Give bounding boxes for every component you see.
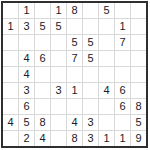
cell-r7c9[interactable]: 8 [131, 99, 146, 114]
cell-r4c4[interactable] [51, 51, 66, 66]
cell-r1c4[interactable]: 1 [51, 3, 66, 18]
cell-r9c9[interactable]: 9 [131, 131, 146, 146]
cell-r1c5[interactable]: 8 [67, 3, 82, 18]
cell-r2c6[interactable] [83, 19, 98, 34]
cell-r3c1[interactable] [3, 35, 18, 50]
cell-r8c1[interactable]: 4 [3, 115, 18, 130]
cell-r7c6[interactable] [83, 99, 98, 114]
cell-r8c2[interactable]: 5 [19, 115, 34, 130]
cell-r2c5[interactable] [67, 19, 82, 34]
cell-r5c4[interactable] [51, 67, 66, 82]
cell-r3c2[interactable] [19, 35, 34, 50]
cell-r5c2[interactable]: 4 [19, 67, 34, 82]
cell-r6c5[interactable]: 1 [67, 83, 82, 98]
cell-r1c1[interactable] [3, 3, 18, 18]
cell-r9c4[interactable] [51, 131, 66, 146]
cell-r7c8[interactable]: 6 [115, 99, 130, 114]
cell-r2c2[interactable]: 3 [19, 19, 34, 34]
cell-r6c8[interactable]: 6 [115, 83, 130, 98]
cell-r7c5[interactable] [67, 99, 82, 114]
cell-r9c7[interactable]: 1 [99, 131, 114, 146]
cell-r4c8[interactable] [115, 51, 130, 66]
puzzle-board: 11851355155746754331466684584352483119 [1, 1, 148, 148]
cell-r5c7[interactable] [99, 67, 114, 82]
cell-r8c9[interactable]: 5 [131, 115, 146, 130]
cell-r5c8[interactable] [115, 67, 130, 82]
cell-r4c2[interactable]: 4 [19, 51, 34, 66]
cell-r6c2[interactable]: 3 [19, 83, 34, 98]
cell-r9c3[interactable]: 4 [35, 131, 50, 146]
cell-r3c8[interactable]: 7 [115, 35, 130, 50]
cell-r8c5[interactable]: 4 [67, 115, 82, 130]
cell-r1c6[interactable] [83, 3, 98, 18]
cell-r8c3[interactable]: 8 [35, 115, 50, 130]
cell-r7c2[interactable]: 6 [19, 99, 34, 114]
cell-r9c2[interactable]: 2 [19, 131, 34, 146]
cell-r9c6[interactable]: 3 [83, 131, 98, 146]
cell-r5c3[interactable] [35, 67, 50, 82]
cell-r5c5[interactable] [67, 67, 82, 82]
cell-r2c9[interactable] [131, 19, 146, 34]
cell-r4c3[interactable]: 6 [35, 51, 50, 66]
cell-r8c6[interactable]: 3 [83, 115, 98, 130]
cell-r1c7[interactable]: 5 [99, 3, 114, 18]
cell-r1c3[interactable] [35, 3, 50, 18]
cell-r7c1[interactable] [3, 99, 18, 114]
cell-r4c6[interactable]: 5 [83, 51, 98, 66]
cell-r2c1[interactable]: 1 [3, 19, 18, 34]
cell-r5c1[interactable] [3, 67, 18, 82]
cell-r3c7[interactable] [99, 35, 114, 50]
cell-r2c7[interactable] [99, 19, 114, 34]
cell-r4c5[interactable]: 7 [67, 51, 82, 66]
cell-r8c7[interactable] [99, 115, 114, 130]
cell-r5c6[interactable] [83, 67, 98, 82]
cell-r7c4[interactable] [51, 99, 66, 114]
cell-r8c4[interactable] [51, 115, 66, 130]
cell-r7c7[interactable] [99, 99, 114, 114]
cell-r4c1[interactable] [3, 51, 18, 66]
cell-r6c4[interactable]: 3 [51, 83, 66, 98]
cell-r3c6[interactable]: 5 [83, 35, 98, 50]
cell-r6c7[interactable]: 4 [99, 83, 114, 98]
cell-r6c6[interactable] [83, 83, 98, 98]
cell-r9c1[interactable] [3, 131, 18, 146]
cell-r6c1[interactable] [3, 83, 18, 98]
cell-r8c8[interactable] [115, 115, 130, 130]
cell-r6c3[interactable] [35, 83, 50, 98]
cell-r4c7[interactable] [99, 51, 114, 66]
cell-r7c3[interactable] [35, 99, 50, 114]
cell-r6c9[interactable] [131, 83, 146, 98]
cell-r5c9[interactable] [131, 67, 146, 82]
cell-r3c3[interactable] [35, 35, 50, 50]
cell-r2c3[interactable]: 5 [35, 19, 50, 34]
cell-r1c2[interactable]: 1 [19, 3, 34, 18]
cell-r2c4[interactable]: 5 [51, 19, 66, 34]
cell-r3c4[interactable] [51, 35, 66, 50]
cell-r1c8[interactable] [115, 3, 130, 18]
cell-r1c9[interactable] [131, 3, 146, 18]
cell-r9c8[interactable]: 1 [115, 131, 130, 146]
cell-r3c5[interactable]: 5 [67, 35, 82, 50]
cell-r9c5[interactable]: 8 [67, 131, 82, 146]
cell-r2c8[interactable]: 1 [115, 19, 130, 34]
cell-r3c9[interactable] [131, 35, 146, 50]
cell-r4c9[interactable] [131, 51, 146, 66]
